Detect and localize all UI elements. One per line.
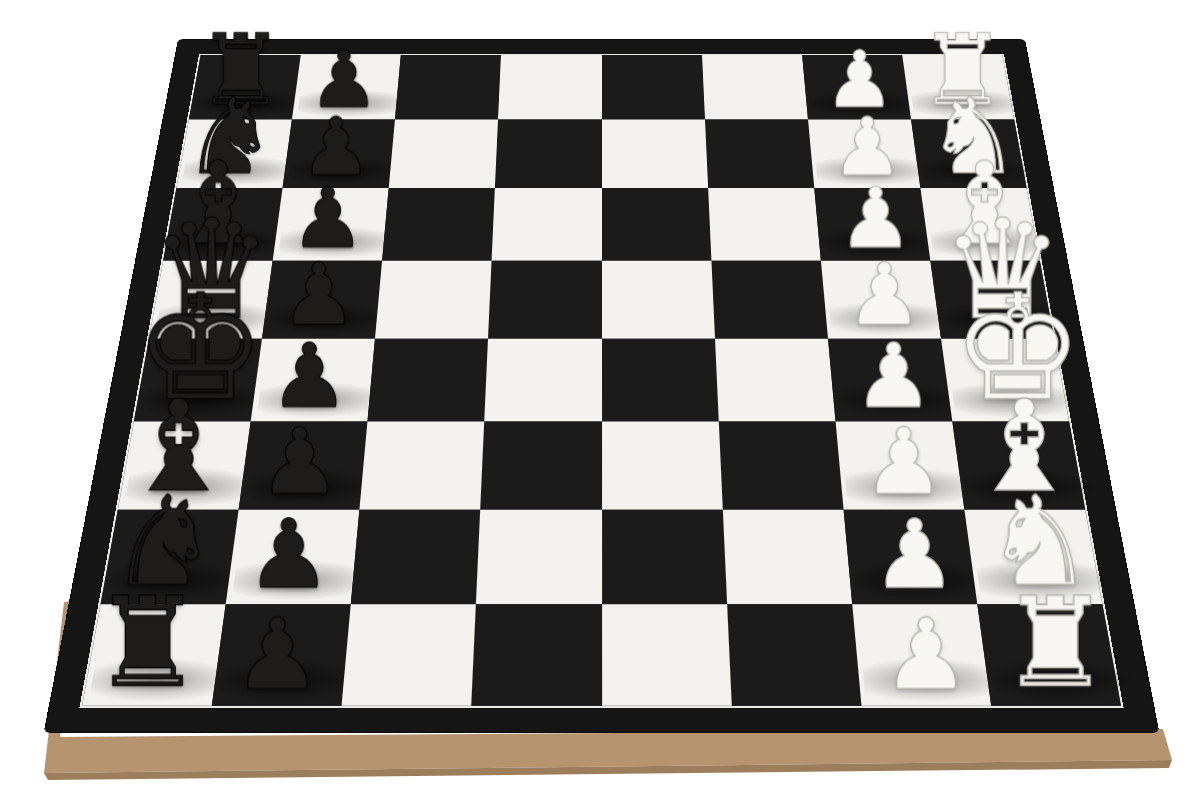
square[interactable]: ♟ xyxy=(212,604,351,706)
square[interactable] xyxy=(472,604,602,706)
chess-piece-black-pawn[interactable]: ♟ xyxy=(251,334,368,418)
square[interactable] xyxy=(722,509,852,604)
square[interactable] xyxy=(711,261,828,338)
square[interactable]: ♟ xyxy=(852,604,991,706)
chess-piece-white-pawn[interactable]: ♟ xyxy=(843,419,964,506)
board-squares: ♜♟♟♜♞♟♟♞♝♟♟♝♛♟♟♛♚♟♟♚♝♟♟♝♞♟♟♞♜♟♟♜ xyxy=(79,54,1123,708)
chess-piece-white-pawn[interactable]: ♟ xyxy=(852,510,977,600)
square[interactable] xyxy=(342,604,476,706)
square[interactable] xyxy=(702,55,808,120)
chess-piece-white-pawn[interactable]: ♟ xyxy=(861,608,991,702)
chess-piece-black-pawn[interactable]: ♟ xyxy=(239,419,360,506)
square[interactable] xyxy=(375,261,492,338)
square[interactable] xyxy=(360,421,485,509)
square[interactable] xyxy=(718,421,843,509)
square[interactable] xyxy=(602,120,708,189)
square[interactable] xyxy=(485,339,602,422)
square[interactable] xyxy=(476,509,601,604)
square[interactable] xyxy=(602,55,705,120)
square[interactable] xyxy=(602,421,723,509)
square[interactable]: ♟ xyxy=(843,509,977,604)
square[interactable]: ♟ xyxy=(835,421,964,509)
chess-piece-black-rook[interactable]: ♜ xyxy=(83,584,213,702)
square[interactable] xyxy=(488,261,601,338)
square[interactable] xyxy=(368,339,489,422)
square[interactable] xyxy=(602,339,719,422)
square[interactable] xyxy=(389,120,498,189)
square[interactable] xyxy=(705,120,814,189)
square[interactable] xyxy=(602,509,727,604)
square[interactable]: ♟ xyxy=(239,421,368,509)
square[interactable]: ♜ xyxy=(977,604,1121,706)
chess-set-photo-scene: ♜♟♟♜♞♟♟♞♝♟♟♝♛♟♟♛♚♟♟♚♝♟♟♝♞♟♟♞♜♟♟♜ xyxy=(0,0,1200,790)
chessboard: ♜♟♟♜♞♟♟♞♝♟♟♝♛♟♟♛♚♟♟♚♝♟♟♝♞♟♟♞♜♟♟♜ xyxy=(45,40,1158,732)
square[interactable] xyxy=(727,604,861,706)
square[interactable] xyxy=(351,509,481,604)
chess-piece-white-rook[interactable]: ♜ xyxy=(991,584,1121,702)
square[interactable] xyxy=(602,261,715,338)
square[interactable] xyxy=(602,188,712,261)
square[interactable] xyxy=(715,339,836,422)
square[interactable] xyxy=(395,55,501,120)
chess-piece-black-pawn[interactable]: ♟ xyxy=(226,510,351,600)
square[interactable]: ♜ xyxy=(82,604,226,706)
square[interactable] xyxy=(495,120,601,189)
square[interactable]: ♟ xyxy=(226,509,360,604)
square[interactable] xyxy=(481,421,602,509)
square[interactable] xyxy=(492,188,602,261)
chess-piece-white-pawn[interactable]: ♟ xyxy=(835,334,952,418)
square[interactable] xyxy=(382,188,495,261)
square[interactable] xyxy=(708,188,821,261)
chessboard-wrap: ♜♟♟♜♞♟♟♞♝♟♟♝♛♟♟♛♚♟♟♚♝♟♟♝♞♟♟♞♜♟♟♜ xyxy=(121,0,1082,790)
chess-piece-black-pawn[interactable]: ♟ xyxy=(212,608,342,702)
square[interactable] xyxy=(602,604,732,706)
square[interactable] xyxy=(498,55,601,120)
